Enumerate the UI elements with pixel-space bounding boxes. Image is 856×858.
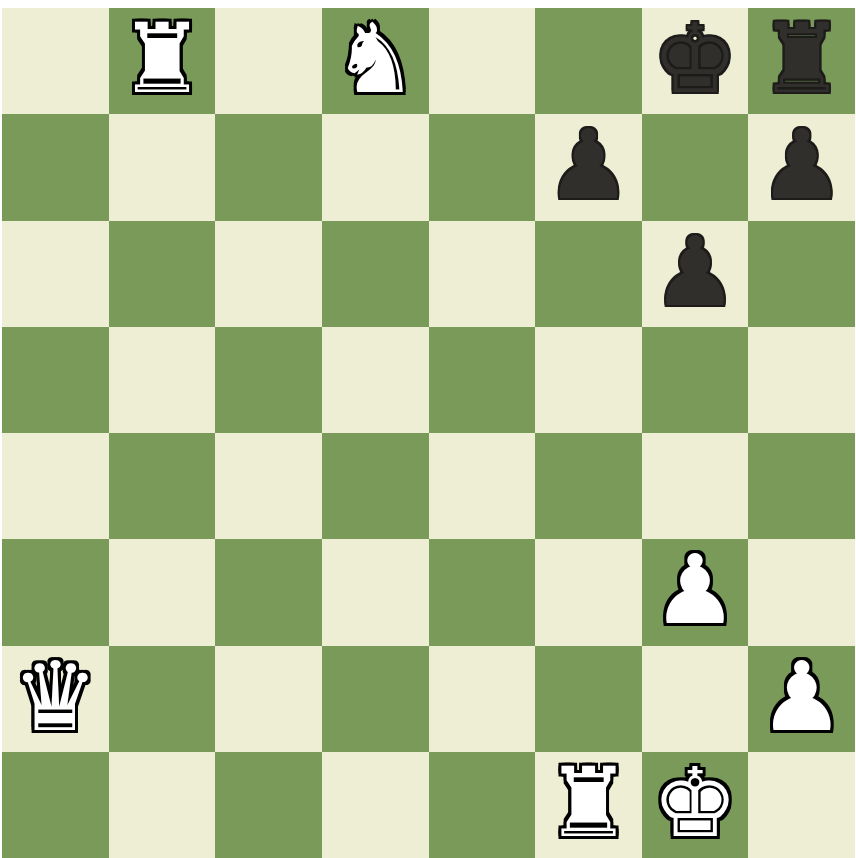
square-e2[interactable] (429, 646, 536, 752)
square-h2[interactable]: ♟ (748, 646, 855, 752)
piece-white-queen-a2[interactable]: ♛ (12, 649, 98, 745)
square-g1[interactable]: ♚ (642, 752, 749, 858)
square-g4[interactable] (642, 433, 749, 539)
square-h6[interactable] (748, 221, 855, 327)
square-c6[interactable] (215, 221, 322, 327)
square-a7[interactable] (2, 114, 109, 220)
square-f8[interactable] (535, 8, 642, 114)
square-f7[interactable]: ♟ (535, 114, 642, 220)
square-d6[interactable] (322, 221, 429, 327)
square-g8[interactable]: ♚ (642, 8, 749, 114)
piece-white-rook-f1[interactable]: ♜ (545, 755, 631, 851)
piece-white-pawn-g3[interactable]: ♟ (652, 542, 738, 638)
square-e1[interactable] (429, 752, 536, 858)
square-b6[interactable] (109, 221, 216, 327)
square-c7[interactable] (215, 114, 322, 220)
square-f4[interactable] (535, 433, 642, 539)
piece-white-king-g1[interactable]: ♚ (652, 755, 738, 851)
square-a6[interactable] (2, 221, 109, 327)
square-a3[interactable] (2, 539, 109, 645)
chess-board: ♜♞♚♜♟♟♟♟♛♟♜♚ (2, 8, 855, 858)
square-b2[interactable] (109, 646, 216, 752)
piece-black-pawn-g6[interactable]: ♟ (652, 224, 738, 320)
square-f3[interactable] (535, 539, 642, 645)
square-e4[interactable] (429, 433, 536, 539)
square-b1[interactable] (109, 752, 216, 858)
square-d1[interactable] (322, 752, 429, 858)
square-f2[interactable] (535, 646, 642, 752)
square-g7[interactable] (642, 114, 749, 220)
square-f1[interactable]: ♜ (535, 752, 642, 858)
square-f5[interactable] (535, 327, 642, 433)
square-c2[interactable] (215, 646, 322, 752)
square-h8[interactable]: ♜ (748, 8, 855, 114)
piece-black-king-g8[interactable]: ♚ (652, 11, 738, 107)
square-c8[interactable] (215, 8, 322, 114)
square-b5[interactable] (109, 327, 216, 433)
square-a5[interactable] (2, 327, 109, 433)
square-a4[interactable] (2, 433, 109, 539)
square-b8[interactable]: ♜ (109, 8, 216, 114)
square-c1[interactable] (215, 752, 322, 858)
square-g3[interactable]: ♟ (642, 539, 749, 645)
square-c3[interactable] (215, 539, 322, 645)
square-a2[interactable]: ♛ (2, 646, 109, 752)
square-b3[interactable] (109, 539, 216, 645)
square-g6[interactable]: ♟ (642, 221, 749, 327)
square-h1[interactable] (748, 752, 855, 858)
square-c5[interactable] (215, 327, 322, 433)
square-d3[interactable] (322, 539, 429, 645)
chess-board-container: ♜♞♚♜♟♟♟♟♛♟♜♚ (2, 8, 855, 858)
square-d8[interactable]: ♞ (322, 8, 429, 114)
square-e5[interactable] (429, 327, 536, 433)
piece-black-pawn-f7[interactable]: ♟ (545, 117, 631, 213)
square-e6[interactable] (429, 221, 536, 327)
square-g5[interactable] (642, 327, 749, 433)
square-h5[interactable] (748, 327, 855, 433)
square-e3[interactable] (429, 539, 536, 645)
square-d4[interactable] (322, 433, 429, 539)
square-e7[interactable] (429, 114, 536, 220)
square-a1[interactable] (2, 752, 109, 858)
square-d2[interactable] (322, 646, 429, 752)
square-g2[interactable] (642, 646, 749, 752)
square-b4[interactable] (109, 433, 216, 539)
piece-black-rook-h8[interactable]: ♜ (759, 11, 845, 107)
piece-white-pawn-h2[interactable]: ♟ (759, 649, 845, 745)
piece-white-knight-d8[interactable]: ♞ (332, 11, 418, 107)
square-c4[interactable] (215, 433, 322, 539)
square-h4[interactable] (748, 433, 855, 539)
piece-black-pawn-h7[interactable]: ♟ (759, 117, 845, 213)
square-h3[interactable] (748, 539, 855, 645)
square-h7[interactable]: ♟ (748, 114, 855, 220)
square-b7[interactable] (109, 114, 216, 220)
square-a8[interactable] (2, 8, 109, 114)
square-d5[interactable] (322, 327, 429, 433)
square-f6[interactable] (535, 221, 642, 327)
square-e8[interactable] (429, 8, 536, 114)
piece-white-rook-b8[interactable]: ♜ (119, 11, 205, 107)
square-d7[interactable] (322, 114, 429, 220)
